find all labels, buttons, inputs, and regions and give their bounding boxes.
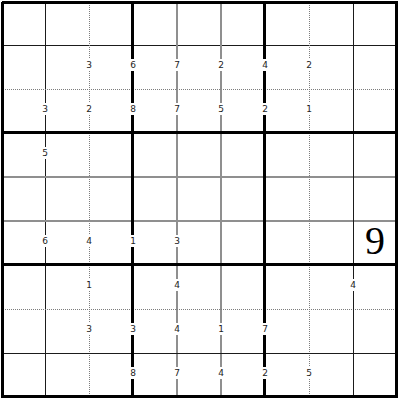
cell-r7c5[interactable] <box>221 309 265 353</box>
small-clue-r7-l3: 3 <box>128 323 138 335</box>
cell-r2c0[interactable] <box>3 89 45 133</box>
small-clue-r2-l1: 3 <box>40 103 50 115</box>
cell-r5c0[interactable] <box>3 221 45 265</box>
cell-r6c7[interactable] <box>309 265 353 309</box>
small-clue-r1-l5: 2 <box>216 59 226 71</box>
cell-r6c2[interactable] <box>89 265 133 309</box>
grid-vline-9 <box>395 2 398 398</box>
cell-r1c5[interactable] <box>221 45 265 89</box>
cell-r2c1[interactable] <box>45 89 89 133</box>
cell-r7c3[interactable] <box>133 309 177 353</box>
cell-r4c0[interactable] <box>3 177 45 221</box>
small-clue-r2-l5: 5 <box>216 103 226 115</box>
cell-r1c8[interactable] <box>353 45 397 89</box>
cell-r2c2[interactable] <box>89 89 133 133</box>
cell-r8c3[interactable] <box>133 353 177 397</box>
big-clue-digit: 9 <box>363 225 387 257</box>
small-clue-r8-l7: 5 <box>304 367 314 379</box>
small-clue-r6-l8: 4 <box>348 279 358 291</box>
cell-r3c7[interactable] <box>309 133 353 177</box>
cell-r7c8[interactable] <box>353 309 397 353</box>
cell-r0c8[interactable] <box>353 3 397 45</box>
grid-hline-5 <box>2 220 398 222</box>
cell-r2c4[interactable] <box>177 89 221 133</box>
small-clue-r1-l2: 3 <box>84 59 94 71</box>
cell-r8c8[interactable] <box>353 353 397 397</box>
cell-r0c7[interactable] <box>309 3 353 45</box>
cell-r7c2[interactable] <box>89 309 133 353</box>
cell-r5c5[interactable] <box>221 221 265 265</box>
small-clue-r1-l3: 6 <box>128 59 138 71</box>
small-clue-r5-l2: 4 <box>84 235 94 247</box>
grid-vline-8 <box>353 2 354 398</box>
small-clue-r2-l3: 8 <box>128 103 138 115</box>
small-clue-r2-l2: 2 <box>84 103 94 115</box>
cell-r4c4[interactable] <box>177 177 221 221</box>
small-clue-r7-l6: 7 <box>260 323 270 335</box>
small-clue-r2-l4: 7 <box>172 103 182 115</box>
small-clue-r6-l4: 4 <box>172 279 182 291</box>
cell-grid <box>3 3 397 397</box>
cell-r6c5[interactable] <box>221 265 265 309</box>
small-clue-r8-l5: 4 <box>216 367 226 379</box>
cell-r5c2[interactable] <box>89 221 133 265</box>
cell-r4c5[interactable] <box>221 177 265 221</box>
small-clue-r6-l2: 1 <box>84 279 94 291</box>
cell-r3c5[interactable] <box>221 133 265 177</box>
grid-vline-0 <box>1 2 4 398</box>
small-clue-r5-l4: 3 <box>172 235 182 247</box>
cell-r8c0[interactable] <box>3 353 45 397</box>
cell-r0c1[interactable] <box>45 3 89 45</box>
cell-r1c3[interactable] <box>133 45 177 89</box>
small-clue-r3-l1: 5 <box>40 147 50 159</box>
cell-r6c6[interactable] <box>265 265 309 309</box>
small-clue-r8-l3: 8 <box>128 367 138 379</box>
cell-r3c6[interactable] <box>265 133 309 177</box>
cell-r4c6[interactable] <box>265 177 309 221</box>
cell-r3c8[interactable] <box>353 133 397 177</box>
cell-r7c0[interactable] <box>3 309 45 353</box>
cell-r8c1[interactable] <box>45 353 89 397</box>
grid-hline-7 <box>2 309 398 310</box>
grid-hline-3 <box>2 131 398 134</box>
cell-r1c2[interactable] <box>89 45 133 89</box>
cell-r0c3[interactable] <box>133 3 177 45</box>
cell-r3c0[interactable] <box>3 133 45 177</box>
cell-r5c6[interactable] <box>265 221 309 265</box>
cell-r7c6[interactable] <box>265 309 309 353</box>
grid-hline-1 <box>2 45 398 46</box>
grid-hline-8 <box>2 353 398 354</box>
small-clue-r1-l4: 7 <box>172 59 182 71</box>
cell-r8c2[interactable] <box>89 353 133 397</box>
cell-r2c8[interactable] <box>353 89 397 133</box>
cell-r5c3[interactable] <box>133 221 177 265</box>
cell-r7c7[interactable] <box>309 309 353 353</box>
small-clue-r7-l4: 4 <box>172 323 182 335</box>
cell-r4c2[interactable] <box>89 177 133 221</box>
cell-r7c4[interactable] <box>177 309 221 353</box>
cell-r8c6[interactable] <box>265 353 309 397</box>
small-clue-r2-l7: 1 <box>304 103 314 115</box>
cell-r0c6[interactable] <box>265 3 309 45</box>
cell-r2c3[interactable] <box>133 89 177 133</box>
cell-r5c4[interactable] <box>177 221 221 265</box>
cell-r4c3[interactable] <box>133 177 177 221</box>
grid-hline-6 <box>2 263 398 266</box>
cell-r8c7[interactable] <box>309 353 353 397</box>
cell-r1c4[interactable] <box>177 45 221 89</box>
cell-r8c5[interactable] <box>221 353 265 397</box>
cell-r3c2[interactable] <box>89 133 133 177</box>
cell-r7c1[interactable] <box>45 309 89 353</box>
cell-r0c2[interactable] <box>89 3 133 45</box>
cell-r1c1[interactable] <box>45 45 89 89</box>
cell-r6c3[interactable] <box>133 265 177 309</box>
cell-r1c7[interactable] <box>309 45 353 89</box>
cell-r6c8[interactable] <box>353 265 397 309</box>
small-clue-r7-l5: 1 <box>216 323 226 335</box>
small-clue-r8-l4: 7 <box>172 367 182 379</box>
small-clue-r1-l6: 4 <box>260 59 270 71</box>
cell-r0c4[interactable] <box>177 3 221 45</box>
cell-r5c1[interactable] <box>45 221 89 265</box>
small-clue-r5-l1: 6 <box>40 235 50 247</box>
cell-r3c1[interactable] <box>45 133 89 177</box>
cell-r4c8[interactable] <box>353 177 397 221</box>
cell-r6c4[interactable] <box>177 265 221 309</box>
cell-r3c3[interactable] <box>133 133 177 177</box>
cell-r6c1[interactable] <box>45 265 89 309</box>
sudoku-board: 9 3672423287521564131443341787425 <box>0 0 400 400</box>
cell-r2c5[interactable] <box>221 89 265 133</box>
cell-r5c7[interactable] <box>309 221 353 265</box>
cell-r1c0[interactable] <box>3 45 45 89</box>
cell-r2c6[interactable] <box>265 89 309 133</box>
grid-hline-9 <box>2 395 398 398</box>
small-clue-r8-l6: 2 <box>260 367 270 379</box>
cell-r0c0[interactable] <box>3 3 45 45</box>
grid-hline-4 <box>2 176 398 178</box>
cell-r2c7[interactable] <box>309 89 353 133</box>
small-clue-r5-l3: 1 <box>128 235 138 247</box>
small-clue-r2-l6: 2 <box>260 103 270 115</box>
cell-r4c1[interactable] <box>45 177 89 221</box>
small-clue-r7-l2: 3 <box>84 323 94 335</box>
cell-r3c4[interactable] <box>177 133 221 177</box>
cell-r0c5[interactable] <box>221 3 265 45</box>
cell-r6c0[interactable] <box>3 265 45 309</box>
grid-hline-0 <box>2 1 398 4</box>
grid-hline-2 <box>2 89 398 90</box>
cell-r1c6[interactable] <box>265 45 309 89</box>
cell-r4c7[interactable] <box>309 177 353 221</box>
grid-vline-1 <box>45 2 46 398</box>
cell-r8c4[interactable] <box>177 353 221 397</box>
small-clue-r1-l7: 2 <box>304 59 314 71</box>
